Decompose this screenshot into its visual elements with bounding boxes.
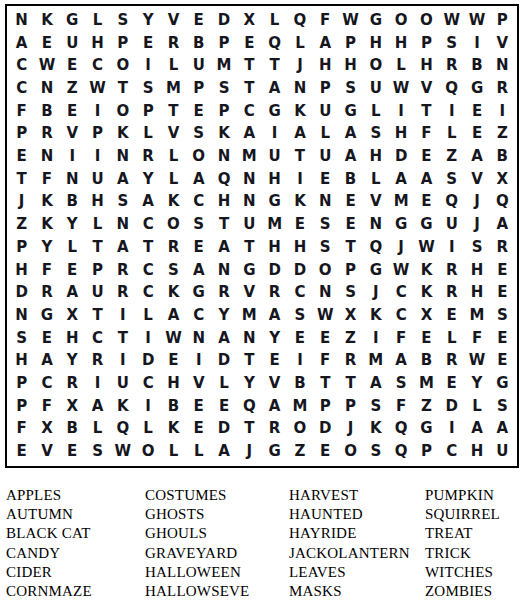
grid-cell[interactable]: Z <box>338 327 363 350</box>
grid-cell[interactable]: O <box>287 418 312 441</box>
grid-cell[interactable]: F <box>9 100 34 123</box>
grid-cell[interactable]: J <box>9 191 34 214</box>
grid-cell[interactable]: K <box>287 100 312 123</box>
grid-cell[interactable]: A <box>464 418 489 441</box>
grid-cell[interactable]: P <box>9 123 34 146</box>
grid-cell[interactable]: P <box>9 372 34 395</box>
grid-cell[interactable]: M <box>161 77 186 100</box>
grid-cell[interactable]: Y <box>34 236 59 259</box>
grid-cell[interactable]: K <box>414 281 439 304</box>
grid-cell[interactable]: F <box>313 350 338 373</box>
grid-cell[interactable]: K <box>211 123 236 146</box>
grid-cell[interactable]: O <box>363 54 388 77</box>
grid-cell[interactable]: K <box>34 191 59 214</box>
grid-cell[interactable]: B <box>490 145 515 168</box>
grid-cell[interactable]: S <box>363 123 388 146</box>
grid-cell[interactable]: A <box>388 350 413 373</box>
grid-cell[interactable]: E <box>287 327 312 350</box>
grid-cell[interactable]: J <box>464 213 489 236</box>
grid-cell[interactable]: L <box>439 123 464 146</box>
grid-cell[interactable]: C <box>287 281 312 304</box>
grid-cell[interactable]: A <box>490 213 515 236</box>
grid-cell[interactable]: G <box>414 418 439 441</box>
grid-cell[interactable]: P <box>338 32 363 55</box>
grid-cell[interactable]: E <box>186 418 211 441</box>
grid-cell[interactable]: L <box>135 123 160 146</box>
grid-cell[interactable]: V <box>363 191 388 214</box>
grid-cell[interactable]: I <box>439 236 464 259</box>
grid-cell[interactable]: O <box>135 440 160 463</box>
grid-cell[interactable]: A <box>464 145 489 168</box>
grid-cell[interactable]: A <box>287 123 312 146</box>
grid-cell[interactable]: N <box>34 77 59 100</box>
grid-cell[interactable]: L <box>161 54 186 77</box>
grid-cell[interactable]: H <box>464 440 489 463</box>
grid-cell[interactable]: H <box>161 372 186 395</box>
grid-cell[interactable]: P <box>313 395 338 418</box>
grid-cell[interactable]: E <box>414 145 439 168</box>
grid-cell[interactable]: X <box>34 418 59 441</box>
grid-cell[interactable]: V <box>161 123 186 146</box>
grid-cell[interactable]: C <box>85 327 110 350</box>
grid-cell[interactable]: P <box>135 100 160 123</box>
grid-cell[interactable]: D <box>262 259 287 282</box>
grid-cell[interactable]: L <box>60 236 85 259</box>
grid-cell[interactable]: E <box>60 440 85 463</box>
grid-cell[interactable]: R <box>161 236 186 259</box>
grid-cell[interactable]: W <box>414 236 439 259</box>
grid-cell[interactable]: N <box>363 213 388 236</box>
grid-cell[interactable]: P <box>85 259 110 282</box>
grid-cell[interactable]: M <box>237 145 262 168</box>
grid-cell[interactable]: R <box>262 281 287 304</box>
grid-cell[interactable]: E <box>186 100 211 123</box>
grid-cell[interactable]: P <box>338 395 363 418</box>
grid-cell[interactable]: Q <box>211 168 236 191</box>
grid-cell[interactable]: H <box>388 123 413 146</box>
grid-cell[interactable]: S <box>161 259 186 282</box>
grid-cell[interactable]: A <box>186 168 211 191</box>
grid-cell[interactable]: E <box>439 372 464 395</box>
grid-cell[interactable]: H <box>363 145 388 168</box>
grid-cell[interactable]: T <box>110 77 135 100</box>
grid-cell[interactable]: C <box>439 440 464 463</box>
grid-cell[interactable]: I <box>135 327 160 350</box>
grid-cell[interactable]: B <box>287 372 312 395</box>
grid-cell[interactable]: N <box>211 259 236 282</box>
grid-cell[interactable]: A <box>363 372 388 395</box>
grid-cell[interactable]: E <box>9 145 34 168</box>
grid-cell[interactable]: S <box>85 440 110 463</box>
grid-cell[interactable]: C <box>135 281 160 304</box>
grid-cell[interactable]: G <box>363 9 388 32</box>
grid-cell[interactable]: S <box>287 304 312 327</box>
grid-cell[interactable]: Y <box>60 350 85 373</box>
grid-cell[interactable]: I <box>439 418 464 441</box>
grid-cell[interactable]: C <box>388 281 413 304</box>
grid-cell[interactable]: D <box>135 350 160 373</box>
grid-cell[interactable]: G <box>414 213 439 236</box>
grid-cell[interactable]: A <box>161 304 186 327</box>
grid-cell[interactable]: V <box>262 372 287 395</box>
grid-cell[interactable]: Z <box>439 145 464 168</box>
grid-cell[interactable]: E <box>490 259 515 282</box>
grid-cell[interactable]: R <box>211 281 236 304</box>
grid-cell[interactable]: S <box>439 168 464 191</box>
grid-cell[interactable]: M <box>363 350 388 373</box>
grid-cell[interactable]: X <box>237 9 262 32</box>
grid-cell[interactable]: Y <box>262 327 287 350</box>
grid-cell[interactable]: T <box>338 236 363 259</box>
grid-cell[interactable]: S <box>363 395 388 418</box>
grid-cell[interactable]: C <box>186 304 211 327</box>
grid-cell[interactable]: A <box>60 281 85 304</box>
grid-cell[interactable]: S <box>439 32 464 55</box>
grid-cell[interactable]: N <box>313 281 338 304</box>
grid-cell[interactable]: O <box>161 213 186 236</box>
grid-cell[interactable]: E <box>313 168 338 191</box>
grid-cell[interactable]: C <box>135 372 160 395</box>
grid-cell[interactable]: E <box>237 32 262 55</box>
grid-cell[interactable]: S <box>211 77 236 100</box>
grid-cell[interactable]: L <box>388 54 413 77</box>
grid-cell[interactable]: S <box>464 236 489 259</box>
grid-cell[interactable]: L <box>161 168 186 191</box>
grid-cell[interactable]: A <box>237 123 262 146</box>
grid-cell[interactable]: P <box>211 32 236 55</box>
grid-cell[interactable]: T <box>338 372 363 395</box>
grid-cell[interactable]: Y <box>135 168 160 191</box>
grid-cell[interactable]: L <box>85 418 110 441</box>
grid-cell[interactable]: O <box>110 100 135 123</box>
grid-cell[interactable]: S <box>110 9 135 32</box>
grid-cell[interactable]: H <box>85 191 110 214</box>
grid-cell[interactable]: A <box>388 168 413 191</box>
grid-cell[interactable]: A <box>211 440 236 463</box>
grid-cell[interactable]: I <box>110 350 135 373</box>
grid-cell[interactable]: N <box>211 145 236 168</box>
grid-cell[interactable]: I <box>464 32 489 55</box>
grid-cell[interactable]: G <box>338 100 363 123</box>
grid-cell[interactable]: U <box>85 281 110 304</box>
grid-cell[interactable]: Y <box>464 372 489 395</box>
grid-cell[interactable]: H <box>85 32 110 55</box>
grid-cell[interactable]: T <box>237 236 262 259</box>
grid-cell[interactable]: S <box>490 395 515 418</box>
grid-cell[interactable]: K <box>414 259 439 282</box>
grid-cell[interactable]: Y <box>135 9 160 32</box>
grid-cell[interactable]: K <box>161 281 186 304</box>
grid-cell[interactable]: Q <box>287 9 312 32</box>
grid-cell[interactable]: V <box>186 372 211 395</box>
grid-cell[interactable]: U <box>237 213 262 236</box>
grid-cell[interactable]: A <box>338 123 363 146</box>
grid-cell[interactable]: P <box>9 236 34 259</box>
grid-cell[interactable]: A <box>85 395 110 418</box>
grid-cell[interactable]: A <box>110 168 135 191</box>
grid-cell[interactable]: I <box>439 100 464 123</box>
grid-cell[interactable]: S <box>186 123 211 146</box>
grid-cell[interactable]: K <box>363 418 388 441</box>
grid-cell[interactable]: P <box>313 77 338 100</box>
grid-cell[interactable]: F <box>414 123 439 146</box>
grid-cell[interactable]: P <box>490 9 515 32</box>
grid-cell[interactable]: B <box>60 191 85 214</box>
grid-cell[interactable]: A <box>211 327 236 350</box>
grid-cell[interactable]: T <box>237 77 262 100</box>
grid-cell[interactable]: T <box>237 350 262 373</box>
grid-cell[interactable]: A <box>414 168 439 191</box>
grid-cell[interactable]: R <box>34 123 59 146</box>
grid-cell[interactable]: T <box>9 168 34 191</box>
grid-cell[interactable]: G <box>60 9 85 32</box>
grid-cell[interactable]: M <box>237 304 262 327</box>
grid-cell[interactable]: C <box>9 54 34 77</box>
grid-cell[interactable]: E <box>287 213 312 236</box>
grid-cell[interactable]: R <box>338 350 363 373</box>
grid-cell[interactable]: X <box>414 304 439 327</box>
grid-cell[interactable]: E <box>414 191 439 214</box>
grid-cell[interactable]: J <box>388 236 413 259</box>
grid-cell[interactable]: T <box>85 304 110 327</box>
grid-cell[interactable]: F <box>34 395 59 418</box>
grid-cell[interactable]: X <box>60 395 85 418</box>
grid-cell[interactable]: E <box>439 304 464 327</box>
grid-cell[interactable]: U <box>110 372 135 395</box>
grid-cell[interactable]: H <box>414 54 439 77</box>
grid-cell[interactable]: A <box>135 191 160 214</box>
grid-cell[interactable]: B <box>464 54 489 77</box>
grid-cell[interactable]: L <box>85 213 110 236</box>
grid-cell[interactable]: E <box>60 54 85 77</box>
grid-cell[interactable]: H <box>363 32 388 55</box>
grid-cell[interactable]: X <box>338 304 363 327</box>
grid-cell[interactable]: M <box>262 213 287 236</box>
grid-cell[interactable]: V <box>161 9 186 32</box>
grid-cell[interactable]: N <box>313 191 338 214</box>
grid-cell[interactable]: U <box>439 213 464 236</box>
grid-cell[interactable]: H <box>464 281 489 304</box>
grid-cell[interactable]: L <box>313 123 338 146</box>
grid-cell[interactable]: A <box>34 350 59 373</box>
grid-cell[interactable]: W <box>34 54 59 77</box>
grid-cell[interactable]: C <box>237 100 262 123</box>
grid-cell[interactable]: E <box>34 32 59 55</box>
grid-cell[interactable]: R <box>85 350 110 373</box>
grid-cell[interactable]: A <box>9 32 34 55</box>
grid-cell[interactable]: H <box>313 54 338 77</box>
grid-cell[interactable]: T <box>414 100 439 123</box>
grid-cell[interactable]: L <box>363 168 388 191</box>
grid-cell[interactable]: U <box>186 54 211 77</box>
grid-cell[interactable]: L <box>135 418 160 441</box>
grid-cell[interactable]: G <box>262 100 287 123</box>
grid-cell[interactable]: F <box>34 168 59 191</box>
grid-cell[interactable]: K <box>287 191 312 214</box>
grid-cell[interactable]: R <box>490 236 515 259</box>
grid-cell[interactable]: P <box>338 259 363 282</box>
grid-cell[interactable]: D <box>439 395 464 418</box>
grid-cell[interactable]: L <box>161 440 186 463</box>
grid-cell[interactable]: L <box>287 32 312 55</box>
grid-cell[interactable]: I <box>85 100 110 123</box>
grid-cell[interactable]: E <box>186 395 211 418</box>
grid-cell[interactable]: H <box>388 32 413 55</box>
grid-cell[interactable]: I <box>363 327 388 350</box>
grid-cell[interactable]: H <box>262 236 287 259</box>
grid-cell[interactable]: I <box>287 350 312 373</box>
grid-cell[interactable]: W <box>439 9 464 32</box>
grid-cell[interactable]: T <box>237 54 262 77</box>
grid-cell[interactable]: T <box>237 418 262 441</box>
grid-cell[interactable]: P <box>186 77 211 100</box>
grid-cell[interactable]: N <box>237 191 262 214</box>
grid-cell[interactable]: R <box>490 77 515 100</box>
grid-cell[interactable]: R <box>439 350 464 373</box>
grid-cell[interactable]: D <box>388 145 413 168</box>
grid-cell[interactable]: G <box>186 281 211 304</box>
grid-cell[interactable]: B <box>34 100 59 123</box>
grid-cell[interactable]: D <box>287 259 312 282</box>
grid-cell[interactable]: Z <box>9 213 34 236</box>
grid-cell[interactable]: M <box>464 304 489 327</box>
grid-cell[interactable]: X <box>490 168 515 191</box>
grid-cell[interactable]: T <box>211 213 236 236</box>
grid-cell[interactable]: L <box>464 395 489 418</box>
grid-cell[interactable]: S <box>490 304 515 327</box>
grid-cell[interactable]: U <box>60 32 85 55</box>
grid-cell[interactable]: W <box>464 9 489 32</box>
grid-cell[interactable]: L <box>439 327 464 350</box>
grid-cell[interactable]: L <box>363 100 388 123</box>
grid-cell[interactable]: E <box>313 327 338 350</box>
grid-cell[interactable]: K <box>110 395 135 418</box>
grid-cell[interactable]: R <box>110 281 135 304</box>
grid-cell[interactable]: C <box>34 372 59 395</box>
grid-cell[interactable]: Q <box>439 191 464 214</box>
grid-cell[interactable]: N <box>60 168 85 191</box>
grid-cell[interactable]: W <box>388 77 413 100</box>
grid-cell[interactable]: Q <box>388 440 413 463</box>
grid-cell[interactable]: O <box>338 440 363 463</box>
grid-cell[interactable]: V <box>414 77 439 100</box>
grid-cell[interactable]: H <box>211 191 236 214</box>
grid-cell[interactable]: K <box>110 123 135 146</box>
grid-cell[interactable]: C <box>135 259 160 282</box>
grid-cell[interactable]: V <box>34 440 59 463</box>
grid-cell[interactable]: O <box>110 54 135 77</box>
grid-cell[interactable]: K <box>34 9 59 32</box>
grid-cell[interactable]: O <box>414 9 439 32</box>
grid-cell[interactable]: U <box>490 440 515 463</box>
grid-cell[interactable]: E <box>60 100 85 123</box>
grid-cell[interactable]: S <box>110 191 135 214</box>
grid-cell[interactable]: R <box>439 281 464 304</box>
grid-cell[interactable]: P <box>414 32 439 55</box>
grid-cell[interactable]: D <box>211 9 236 32</box>
grid-cell[interactable]: T <box>110 327 135 350</box>
grid-cell[interactable]: E <box>313 440 338 463</box>
grid-cell[interactable]: W <box>85 77 110 100</box>
grid-cell[interactable]: K <box>161 418 186 441</box>
grid-cell[interactable]: H <box>262 168 287 191</box>
grid-cell[interactable]: P <box>110 32 135 55</box>
grid-cell[interactable]: D <box>9 281 34 304</box>
grid-cell[interactable]: H <box>9 350 34 373</box>
grid-cell[interactable]: W <box>388 259 413 282</box>
grid-cell[interactable]: V <box>464 168 489 191</box>
grid-cell[interactable]: E <box>262 350 287 373</box>
grid-cell[interactable]: B <box>338 168 363 191</box>
grid-cell[interactable]: R <box>135 145 160 168</box>
grid-cell[interactable]: U <box>313 145 338 168</box>
grid-cell[interactable]: S <box>313 236 338 259</box>
grid-cell[interactable]: P <box>211 100 236 123</box>
grid-cell[interactable]: E <box>9 440 34 463</box>
grid-cell[interactable]: N <box>110 213 135 236</box>
grid-cell[interactable]: S <box>388 372 413 395</box>
grid-cell[interactable]: W <box>110 440 135 463</box>
grid-cell[interactable]: U <box>262 145 287 168</box>
grid-cell[interactable]: A <box>186 259 211 282</box>
grid-cell[interactable]: E <box>135 32 160 55</box>
grid-cell[interactable]: O <box>388 9 413 32</box>
grid-cell[interactable]: X <box>60 304 85 327</box>
grid-cell[interactable]: I <box>388 100 413 123</box>
grid-cell[interactable]: S <box>363 440 388 463</box>
grid-cell[interactable]: M <box>211 54 236 77</box>
grid-cell[interactable]: G <box>490 372 515 395</box>
grid-cell[interactable]: N <box>287 77 312 100</box>
grid-cell[interactable]: C <box>9 77 34 100</box>
grid-cell[interactable]: T <box>135 236 160 259</box>
grid-cell[interactable]: I <box>287 168 312 191</box>
grid-cell[interactable]: L <box>186 440 211 463</box>
grid-cell[interactable]: V <box>60 123 85 146</box>
grid-cell[interactable]: A <box>338 145 363 168</box>
grid-cell[interactable]: I <box>135 54 160 77</box>
grid-cell[interactable]: M <box>388 191 413 214</box>
grid-cell[interactable]: B <box>60 418 85 441</box>
grid-cell[interactable]: S <box>9 327 34 350</box>
grid-cell[interactable]: V <box>237 281 262 304</box>
grid-cell[interactable]: B <box>414 350 439 373</box>
grid-cell[interactable]: E <box>211 395 236 418</box>
grid-cell[interactable]: J <box>363 281 388 304</box>
grid-cell[interactable]: D <box>211 350 236 373</box>
grid-cell[interactable]: I <box>490 100 515 123</box>
grid-cell[interactable]: I <box>60 145 85 168</box>
grid-cell[interactable]: D <box>211 418 236 441</box>
grid-cell[interactable]: S <box>338 77 363 100</box>
grid-cell[interactable]: W <box>161 327 186 350</box>
grid-cell[interactable]: Q <box>363 236 388 259</box>
grid-cell[interactable]: L <box>161 145 186 168</box>
grid-cell[interactable]: N <box>237 168 262 191</box>
grid-cell[interactable]: Q <box>490 191 515 214</box>
grid-cell[interactable]: V <box>490 32 515 55</box>
grid-cell[interactable]: W <box>313 304 338 327</box>
grid-cell[interactable]: J <box>464 191 489 214</box>
grid-cell[interactable]: L <box>135 304 160 327</box>
grid-cell[interactable]: O <box>313 259 338 282</box>
grid-cell[interactable]: T <box>262 54 287 77</box>
grid-cell[interactable]: R <box>439 54 464 77</box>
grid-cell[interactable]: A <box>262 77 287 100</box>
grid-cell[interactable]: N <box>9 9 34 32</box>
grid-cell[interactable]: G <box>237 259 262 282</box>
grid-cell[interactable]: F <box>313 9 338 32</box>
